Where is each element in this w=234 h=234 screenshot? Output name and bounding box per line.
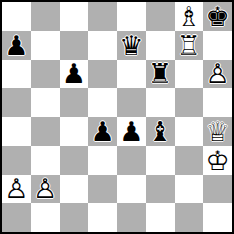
chess-board: ♝♗♚♟♛♜♖♟♜♟♙♟♟♝♛♕♚♔♟♙♟♙ [0,0,234,234]
black-pawn-e4[interactable]: ♟ [117,117,146,146]
square-b1[interactable] [31,203,60,232]
square-d4[interactable]: ♟ [88,117,117,146]
square-g7[interactable]: ♜♖ [175,31,204,60]
square-b3[interactable] [31,146,60,175]
square-h7[interactable] [203,31,232,60]
square-e8[interactable] [117,2,146,31]
square-g4[interactable] [175,117,204,146]
square-g8[interactable]: ♝♗ [175,2,204,31]
square-f4[interactable]: ♝ [146,117,175,146]
white-pawn-fill: ♟ [2,175,31,204]
black-pawn-c6[interactable]: ♟ [60,60,89,89]
square-b5[interactable] [31,88,60,117]
black-queen-e7[interactable]: ♛ [117,31,146,60]
square-b2[interactable]: ♟♙ [31,175,60,204]
square-h1[interactable] [203,203,232,232]
square-a8[interactable] [2,2,31,31]
square-f6[interactable]: ♜ [146,60,175,89]
square-a6[interactable] [2,60,31,89]
square-a3[interactable] [2,146,31,175]
square-b8[interactable] [31,2,60,31]
square-e3[interactable] [117,146,146,175]
square-c1[interactable] [60,203,89,232]
square-a1[interactable] [2,203,31,232]
square-d3[interactable] [88,146,117,175]
square-d6[interactable] [88,60,117,89]
square-d7[interactable] [88,31,117,60]
square-h4[interactable]: ♛♕ [203,117,232,146]
white-king-fill: ♚ [203,146,232,175]
square-f3[interactable] [146,146,175,175]
square-g5[interactable] [175,88,204,117]
square-h3[interactable]: ♚♔ [203,146,232,175]
black-king-h8[interactable]: ♚ [203,2,232,31]
square-d1[interactable] [88,203,117,232]
square-g2[interactable] [175,175,204,204]
white-rook-g7[interactable]: ♖ [175,31,204,60]
black-bishop-f4[interactable]: ♝ [146,117,175,146]
square-h2[interactable] [203,175,232,204]
square-b4[interactable] [31,117,60,146]
square-e6[interactable] [117,60,146,89]
square-e4[interactable]: ♟ [117,117,146,146]
square-g6[interactable] [175,60,204,89]
square-d2[interactable] [88,175,117,204]
white-queen-h4[interactable]: ♕ [203,117,232,146]
square-c8[interactable] [60,2,89,31]
square-h8[interactable]: ♚ [203,2,232,31]
square-e5[interactable] [117,88,146,117]
square-d8[interactable] [88,2,117,31]
square-a2[interactable]: ♟♙ [2,175,31,204]
square-c3[interactable] [60,146,89,175]
black-pawn-d4[interactable]: ♟ [88,117,117,146]
black-rook-f6[interactable]: ♜ [146,60,175,89]
square-d5[interactable] [88,88,117,117]
square-e2[interactable] [117,175,146,204]
square-h5[interactable] [203,88,232,117]
white-king-h3[interactable]: ♔ [203,146,232,175]
square-g1[interactable] [175,203,204,232]
square-g3[interactable] [175,146,204,175]
white-rook-fill: ♜ [175,31,204,60]
square-f5[interactable] [146,88,175,117]
square-a5[interactable] [2,88,31,117]
square-f7[interactable] [146,31,175,60]
white-pawn-h6[interactable]: ♙ [203,60,232,89]
square-f8[interactable] [146,2,175,31]
square-b7[interactable] [31,31,60,60]
white-pawn-fill: ♟ [203,60,232,89]
square-f2[interactable] [146,175,175,204]
square-a4[interactable] [2,117,31,146]
white-pawn-fill: ♟ [31,175,60,204]
square-c6[interactable]: ♟ [60,60,89,89]
black-pawn-a7[interactable]: ♟ [2,31,31,60]
square-c5[interactable] [60,88,89,117]
square-h6[interactable]: ♟♙ [203,60,232,89]
square-a7[interactable]: ♟ [2,31,31,60]
white-queen-fill: ♛ [203,117,232,146]
square-b6[interactable] [31,60,60,89]
square-c4[interactable] [60,117,89,146]
square-c2[interactable] [60,175,89,204]
white-bishop-g8[interactable]: ♗ [175,2,204,31]
square-c7[interactable] [60,31,89,60]
white-bishop-fill: ♝ [175,2,204,31]
square-e7[interactable]: ♛ [117,31,146,60]
square-f1[interactable] [146,203,175,232]
white-pawn-a2[interactable]: ♙ [2,175,31,204]
white-pawn-b2[interactable]: ♙ [31,175,60,204]
square-e1[interactable] [117,203,146,232]
